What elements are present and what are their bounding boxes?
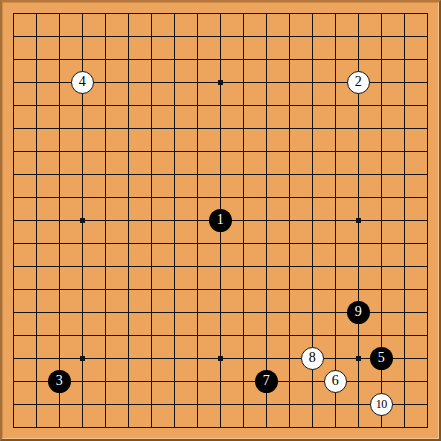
- stone-white-2: 2: [347, 71, 370, 94]
- go-board: 12345678910: [0, 0, 441, 441]
- stone-number: 9: [355, 305, 362, 319]
- stone-white-6: 6: [324, 370, 347, 393]
- stone-black-7: 7: [255, 370, 278, 393]
- stone-number: 3: [56, 374, 63, 388]
- board-grid: 12345678910: [2, 2, 439, 439]
- stone-number: 7: [263, 374, 270, 388]
- stone-number: 2: [355, 75, 362, 89]
- stone-black-1: 1: [209, 209, 232, 232]
- stone-black-5: 5: [370, 347, 393, 370]
- stone-white-8: 8: [301, 347, 324, 370]
- go-diagram: 12345678910: [0, 0, 441, 441]
- stone-number: 5: [378, 351, 385, 365]
- stone-black-3: 3: [48, 370, 71, 393]
- stone-number: 10: [376, 398, 387, 410]
- stone-black-9: 9: [347, 301, 370, 324]
- stone-number: 8: [309, 351, 316, 365]
- stone-number: 6: [332, 374, 339, 388]
- stone-number: 1: [217, 213, 224, 227]
- stone-white-4: 4: [71, 71, 94, 94]
- stone-white-10: 10: [370, 393, 393, 416]
- stone-number: 4: [79, 75, 86, 89]
